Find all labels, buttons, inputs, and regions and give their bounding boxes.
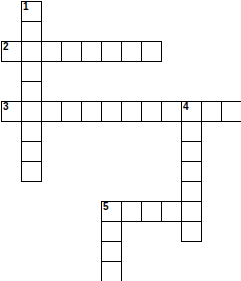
crossword-cell-r5c11[interactable] [221, 101, 241, 122]
crossword-cell-r11c9[interactable] [181, 221, 202, 242]
crossword-cell-r10c5[interactable] [101, 201, 122, 222]
crossword-cell-r2c6[interactable] [121, 41, 142, 62]
crossword-cell-r11c5[interactable] [101, 221, 122, 242]
crossword-cell-r2c7[interactable] [141, 41, 162, 62]
crossword-page: { "game": "crossword", "board": { "rows"… [0, 0, 241, 281]
crossword-cell-r13c5[interactable] [101, 261, 122, 281]
crossword-cell-r2c1[interactable] [21, 41, 42, 62]
crossword-cell-r2c2[interactable] [41, 41, 62, 62]
crossword-cell-r2c0[interactable] [1, 41, 22, 62]
crossword-cell-r2c3[interactable] [61, 41, 82, 62]
crossword-cell-r5c7[interactable] [141, 101, 162, 122]
crossword-cell-r1c1[interactable] [21, 21, 42, 42]
crossword-cell-r10c6[interactable] [121, 201, 142, 222]
crossword-cell-r12c5[interactable] [101, 241, 122, 262]
crossword-cell-r6c9[interactable] [181, 121, 202, 142]
crossword-cell-r5c4[interactable] [81, 101, 102, 122]
crossword-cell-r9c9[interactable] [181, 181, 202, 202]
crossword-cell-r2c4[interactable] [81, 41, 102, 62]
crossword-cell-r10c9[interactable] [181, 201, 202, 222]
crossword-cell-r6c1[interactable] [21, 121, 42, 142]
crossword-cell-r8c1[interactable] [21, 161, 42, 182]
crossword-cell-r5c2[interactable] [41, 101, 62, 122]
crossword-cell-r4c1[interactable] [21, 81, 42, 102]
crossword-cell-r10c7[interactable] [141, 201, 162, 222]
crossword-cell-r5c8[interactable] [161, 101, 182, 122]
crossword-cell-r5c3[interactable] [61, 101, 82, 122]
crossword-cell-r5c10[interactable] [201, 101, 222, 122]
crossword-cell-r5c9[interactable] [181, 101, 202, 122]
crossword-cell-r5c6[interactable] [121, 101, 142, 122]
crossword-cell-r3c1[interactable] [21, 61, 42, 82]
crossword-cell-r5c5[interactable] [101, 101, 122, 122]
crossword-grid: 12345 [1, 1, 241, 281]
crossword-cell-r7c9[interactable] [181, 141, 202, 162]
crossword-cell-r5c1[interactable] [21, 101, 42, 122]
crossword-cell-r10c8[interactable] [161, 201, 182, 222]
crossword-cell-r2c5[interactable] [101, 41, 122, 62]
crossword-cell-r8c9[interactable] [181, 161, 202, 182]
crossword-cell-r0c1[interactable] [21, 1, 42, 22]
crossword-cell-r5c0[interactable] [1, 101, 22, 122]
crossword-cell-r7c1[interactable] [21, 141, 42, 162]
